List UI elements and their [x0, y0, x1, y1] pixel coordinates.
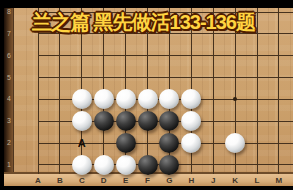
stone-white-D4[interactable] [94, 89, 114, 109]
stone-black-F3[interactable] [138, 111, 158, 131]
row-label-6: 6 [4, 51, 14, 61]
stone-white-C3[interactable] [72, 111, 92, 131]
grid-line-row-5 [38, 77, 293, 78]
stone-white-E1[interactable] [116, 155, 136, 175]
row-label-3: 3 [4, 116, 14, 126]
row-label-2: 2 [4, 138, 14, 148]
row-label-7: 7 [4, 29, 14, 39]
stone-white-F4[interactable] [138, 89, 158, 109]
stone-black-E2[interactable] [116, 133, 136, 153]
stone-white-D1[interactable] [94, 155, 114, 175]
row-label-8: 8 [4, 7, 14, 17]
row-label-1: 1 [4, 160, 14, 170]
stone-black-E3[interactable] [116, 111, 136, 131]
stone-white-E4[interactable] [116, 89, 136, 109]
bottom-letterbox-bar [0, 186, 293, 190]
top-letterbox-bar [0, 0, 293, 8]
point-marker-C2[interactable]: A [76, 137, 88, 149]
stone-black-D3[interactable] [94, 111, 114, 131]
problem-title: 兰之篇 黑先做活133-136题 [32, 9, 255, 36]
grid-line-row-6 [38, 55, 293, 56]
row-label-5: 5 [4, 73, 14, 83]
screenshot-root: 87654321ABCDEFGHJKLMA 兰之篇 黑先做活133-136题 [0, 0, 293, 190]
stone-white-C1[interactable] [72, 155, 92, 175]
row-label-4: 4 [4, 94, 14, 104]
stone-black-F1[interactable] [138, 155, 158, 175]
